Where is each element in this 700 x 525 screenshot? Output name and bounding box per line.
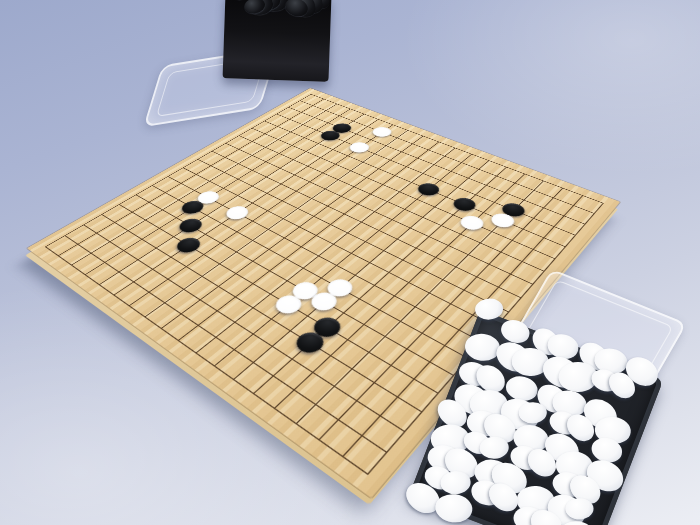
white-stone-in-tray [566, 498, 594, 519]
black-stone-bowl [223, 0, 332, 82]
white-stone-in-tray [519, 402, 548, 424]
white-stone-in-tray [440, 470, 472, 495]
table-cloth: ●●●●●●●●●●●●●●●●●●●● [0, 0, 700, 525]
white-stone-in-tray [474, 298, 503, 321]
white-stone-in-tray [479, 436, 509, 459]
white-stone-in-tray [463, 332, 501, 363]
black-stone-heap [230, 0, 325, 36]
white-stone-in-tray [434, 492, 474, 524]
